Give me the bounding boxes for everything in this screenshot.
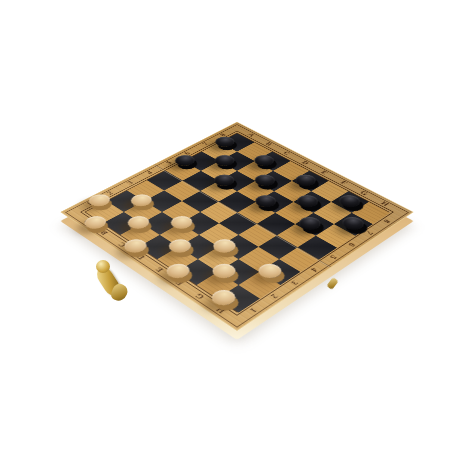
brass-latch — [90, 251, 138, 307]
latch-knob — [96, 260, 110, 273]
photo-background: ABCDEFGH ABCDEFGH 87654321 87654321 — [0, 0, 450, 450]
